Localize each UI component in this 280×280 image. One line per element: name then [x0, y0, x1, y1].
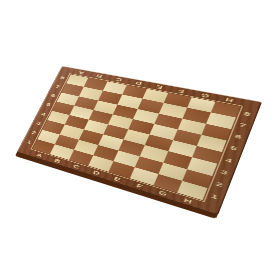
product-photo: ABCDEFGH ABCDEFGH 87654321 87654321 — [0, 0, 280, 280]
